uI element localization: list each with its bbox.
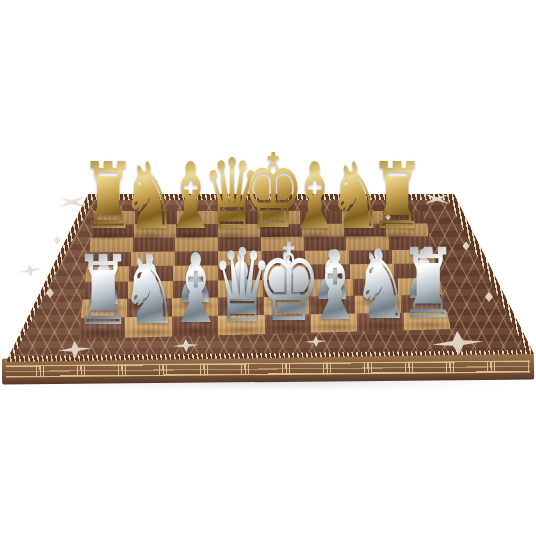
piece-silver-rook-h1: ♜ — [399, 237, 457, 333]
pieces-layer: ♜♞♝♛♚♝♞♜♟♟♟♟♟♟♟♟♜♜♞♞♝♝♛♛♚♚♝♝♞♞♜♜ — [0, 0, 536, 536]
chess-set-photo: ♜♞♝♛♚♝♞♜♟♟♟♟♟♟♟♟♜♜♞♞♝♝♛♛♚♚♝♝♞♞♜♜ Overhea… — [0, 0, 536, 536]
